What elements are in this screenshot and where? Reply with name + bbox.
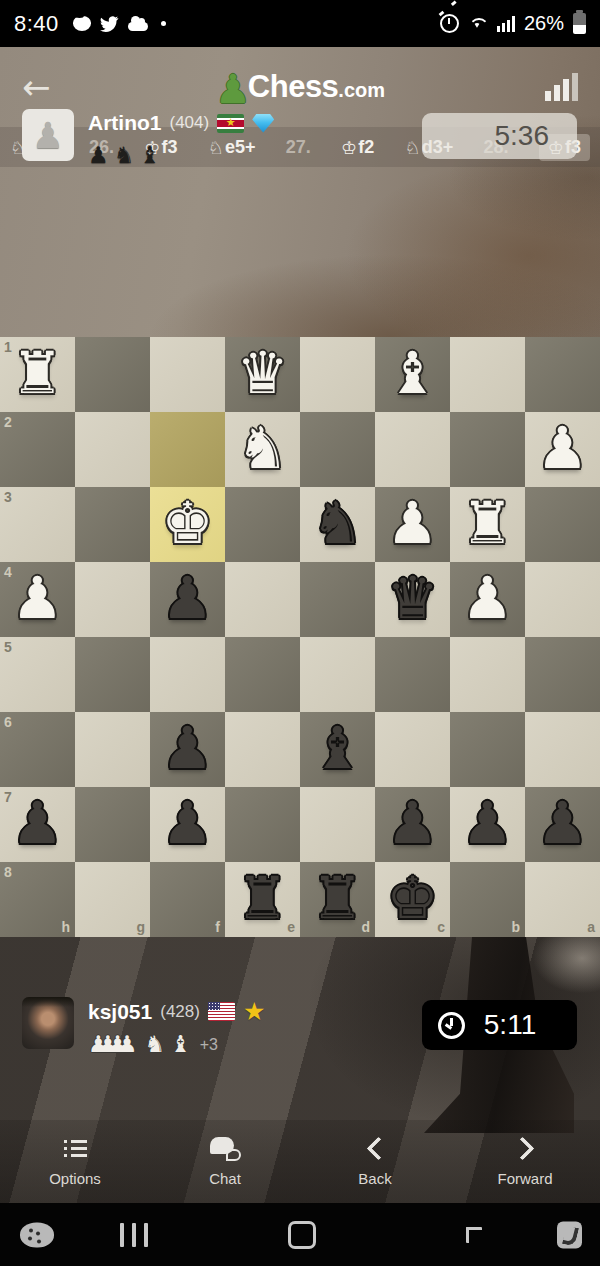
square-c5[interactable] <box>375 637 450 712</box>
square-h6[interactable]: 6 <box>0 712 75 787</box>
black-bishop-d6[interactable]: ♝ <box>300 712 375 787</box>
opponent-avatar[interactable]: ♟ <box>22 109 74 161</box>
white-pawn-h4[interactable]: ♟ <box>0 562 75 637</box>
square-b1[interactable] <box>450 337 525 412</box>
nav-label: Chat <box>209 1170 241 1187</box>
square-g3[interactable] <box>75 487 150 562</box>
square-c8[interactable]: c♚ <box>375 862 450 937</box>
star-badge-icon: ★ <box>243 999 265 1024</box>
logo-text: Chess <box>248 69 339 105</box>
white-pawn-a2[interactable]: ♟ <box>525 412 600 487</box>
square-f5[interactable] <box>150 637 225 712</box>
square-g2[interactable] <box>75 412 150 487</box>
suriname-flag-icon <box>217 114 244 133</box>
signal-icon <box>497 16 515 32</box>
player-avatar[interactable] <box>22 997 74 1049</box>
clock-icon <box>438 1012 465 1039</box>
file-label: g <box>136 920 145 934</box>
black-pawn-f6[interactable]: ♟ <box>150 712 225 787</box>
square-h8[interactable]: 8h <box>0 862 75 937</box>
chess-app-screen: 8:40 26% ← ♟ Chess .com ♘ <box>0 0 600 1266</box>
captured-piece: ♞ <box>114 144 135 167</box>
white-queen-e1[interactable]: ♛ <box>225 337 300 412</box>
square-c3[interactable]: ♟ <box>375 487 450 562</box>
player-clock: 5:11 <box>422 1000 577 1050</box>
notification-icons <box>73 16 166 32</box>
square-e5[interactable] <box>225 637 300 712</box>
white-rook-h1[interactable]: ♜ <box>0 337 75 412</box>
file-label: b <box>511 920 520 934</box>
back-icon[interactable] <box>466 1227 482 1243</box>
square-b2[interactable] <box>450 412 525 487</box>
square-d4[interactable] <box>300 562 375 637</box>
opponent-clock: 5:36 <box>422 113 577 159</box>
options-icon <box>64 1140 87 1157</box>
captured-pawns: ♟♟♟♟ <box>88 1033 126 1056</box>
square-c6[interactable] <box>375 712 450 787</box>
square-b6[interactable] <box>450 712 525 787</box>
square-h7[interactable]: 7♟ <box>0 787 75 862</box>
nav-options-button[interactable]: Options <box>0 1120 150 1203</box>
nav-chat-button[interactable]: Chat <box>150 1120 300 1203</box>
opponent-clock-time: 5:36 <box>495 120 550 152</box>
gesture-icon[interactable] <box>557 1221 582 1248</box>
white-pawn-c3[interactable]: ♟ <box>375 487 450 562</box>
options-icon <box>64 1137 87 1161</box>
square-f2[interactable] <box>150 412 225 487</box>
white-bishop-c1[interactable]: ♝ <box>375 337 450 412</box>
alarm-icon <box>440 14 459 33</box>
bottom-nav: OptionsChatBackForward <box>0 1120 600 1203</box>
square-b5[interactable] <box>450 637 525 712</box>
black-rook-d8[interactable]: ♜ <box>300 862 375 937</box>
cup-icon <box>73 16 91 31</box>
square-e2[interactable]: ♞ <box>225 412 300 487</box>
square-a1[interactable] <box>525 337 600 412</box>
black-knight-d3[interactable]: ♞ <box>300 487 375 562</box>
square-d6[interactable]: ♝ <box>300 712 375 787</box>
square-e6[interactable] <box>225 712 300 787</box>
square-a3[interactable] <box>525 487 600 562</box>
opponent-card: ♟ Artino1 (404) ♟♞♝ 5:36 <box>0 107 600 217</box>
square-c4[interactable]: ♛ <box>375 562 450 637</box>
square-d2[interactable] <box>300 412 375 487</box>
cloud-icon <box>128 22 148 31</box>
black-pawn-a7[interactable]: ♟ <box>525 787 600 862</box>
square-g4[interactable] <box>75 562 150 637</box>
black-pawn-f7[interactable]: ♟ <box>150 787 225 862</box>
back-icon <box>364 1137 387 1161</box>
white-pawn-b4[interactable]: ♟ <box>450 562 525 637</box>
square-d5[interactable] <box>300 637 375 712</box>
captured-piece: ♝ <box>170 1033 191 1056</box>
square-b3[interactable]: ♜ <box>450 487 525 562</box>
rank-label: 5 <box>4 640 12 654</box>
square-h3[interactable]: 3 <box>0 487 75 562</box>
pawn-avatar-icon: ♟ <box>32 115 64 156</box>
white-knight-e2[interactable]: ♞ <box>225 412 300 487</box>
back-arrow-icon[interactable]: ← <box>22 70 51 104</box>
square-b7[interactable]: ♟ <box>450 787 525 862</box>
square-d3[interactable]: ♞ <box>300 487 375 562</box>
battery-percent: 26% <box>524 12 564 35</box>
rank-label: 8 <box>4 865 12 879</box>
square-h4[interactable]: 4♟ <box>0 562 75 637</box>
black-pawn-f4[interactable]: ♟ <box>150 562 225 637</box>
square-h2[interactable]: 2 <box>0 412 75 487</box>
stats-icon[interactable] <box>545 73 578 101</box>
captured-pieces-top: ♟♞♝ <box>88 144 274 167</box>
black-pawn-b7[interactable]: ♟ <box>450 787 525 862</box>
rank-label: 3 <box>4 490 12 504</box>
captured-pieces-bottom: ♟♟♟♟♞♝+3 <box>88 1033 265 1056</box>
opponent-name: Artino1 <box>88 111 162 135</box>
square-a2[interactable]: ♟ <box>525 412 600 487</box>
square-f8[interactable]: f <box>150 862 225 937</box>
square-a8[interactable]: a <box>525 862 600 937</box>
square-e3[interactable] <box>225 487 300 562</box>
logo-suffix: .com <box>338 79 385 102</box>
square-g1[interactable] <box>75 337 150 412</box>
game-launcher-icon[interactable] <box>20 1222 54 1247</box>
black-king-c8[interactable]: ♚ <box>375 862 450 937</box>
square-b4[interactable]: ♟ <box>450 562 525 637</box>
system-nav-bar <box>0 1203 600 1266</box>
player-clock-time: 5:11 <box>484 1009 542 1041</box>
white-king-f3[interactable]: ♚ <box>150 487 225 562</box>
wifi-icon <box>468 16 488 31</box>
file-label: f <box>215 920 220 934</box>
square-g8[interactable]: g <box>75 862 150 937</box>
square-e1[interactable]: ♛ <box>225 337 300 412</box>
square-a6[interactable] <box>525 712 600 787</box>
forward-icon <box>514 1137 537 1161</box>
nav-label: Back <box>358 1170 391 1187</box>
nav-label: Options <box>49 1170 101 1187</box>
square-h1[interactable]: 1♜ <box>0 337 75 412</box>
usa-flag-icon <box>208 1002 235 1021</box>
status-time: 8:40 <box>14 11 59 37</box>
nav-forward-button[interactable]: Forward <box>450 1120 600 1203</box>
captured-piece: ♞ <box>144 1033 165 1056</box>
white-rook-b3[interactable]: ♜ <box>450 487 525 562</box>
player-card: ksj051 (428) ★ ♟♟♟♟♞♝+3 5:11 <box>0 995 600 1115</box>
square-f3[interactable]: ♚ <box>150 487 225 562</box>
square-c1[interactable]: ♝ <box>375 337 450 412</box>
square-d8[interactable]: d♜ <box>300 862 375 937</box>
square-d7[interactable] <box>300 787 375 862</box>
square-h5[interactable]: 5 <box>0 637 75 712</box>
player-name: ksj051 <box>88 1000 152 1024</box>
home-icon[interactable] <box>288 1221 316 1249</box>
recents-icon[interactable] <box>120 1223 148 1247</box>
nav-back-button[interactable]: Back <box>300 1120 450 1203</box>
square-c2[interactable] <box>375 412 450 487</box>
black-rook-e8[interactable]: ♜ <box>225 862 300 937</box>
chat-icon <box>210 1137 241 1161</box>
twitter-icon <box>100 16 119 32</box>
rank-label: 2 <box>4 415 12 429</box>
square-f4[interactable]: ♟ <box>150 562 225 637</box>
battery-icon <box>573 13 586 34</box>
file-label: a <box>587 920 595 934</box>
forward-icon <box>510 1136 534 1160</box>
chesscom-logo: ♟ Chess .com <box>215 69 385 105</box>
rank-label: 6 <box>4 715 12 729</box>
square-a7[interactable]: ♟ <box>525 787 600 862</box>
nav-label: Forward <box>497 1170 552 1187</box>
bottom-section: ksj051 (428) ★ ♟♟♟♟♞♝+3 5:11 OptionsChat… <box>0 937 600 1203</box>
file-label: h <box>61 920 70 934</box>
material-advantage: +3 <box>200 1036 218 1054</box>
square-g7[interactable] <box>75 787 150 862</box>
captured-piece: ♟ <box>88 144 109 167</box>
square-c7[interactable]: ♟ <box>375 787 450 862</box>
square-b8[interactable]: b <box>450 862 525 937</box>
square-a4[interactable] <box>525 562 600 637</box>
captured-piece: ♝ <box>139 144 160 167</box>
square-e7[interactable] <box>225 787 300 862</box>
back-icon <box>366 1136 390 1160</box>
square-f6[interactable]: ♟ <box>150 712 225 787</box>
notification-dot-icon <box>161 21 166 26</box>
square-e8[interactable]: e♜ <box>225 862 300 937</box>
chat-icon <box>210 1137 241 1161</box>
chess-board: 1♜♛♝2♞♟3♚♞♟♜4♟♟♛♟56♟♝7♟♟♟♟♟8hgfe♜d♜c♚ba <box>0 337 600 937</box>
square-e4[interactable] <box>225 562 300 637</box>
black-queen-c4[interactable]: ♛ <box>375 562 450 637</box>
square-g5[interactable] <box>75 637 150 712</box>
square-f7[interactable]: ♟ <box>150 787 225 862</box>
status-bar: 8:40 26% <box>0 0 600 47</box>
square-a5[interactable] <box>525 637 600 712</box>
black-pawn-h7[interactable]: ♟ <box>0 787 75 862</box>
player-rating: (428) <box>160 1002 200 1022</box>
opponent-rating: (404) <box>170 113 210 133</box>
square-f1[interactable] <box>150 337 225 412</box>
black-pawn-c7[interactable]: ♟ <box>375 787 450 862</box>
diamond-badge-icon <box>252 114 274 133</box>
system-status-icons: 26% <box>440 12 586 35</box>
square-d1[interactable] <box>300 337 375 412</box>
top-section: ← ♟ Chess .com ♘g4+26.♔f3♘e5+27.♔f2♘d3+2… <box>0 47 600 337</box>
square-g6[interactable] <box>75 712 150 787</box>
